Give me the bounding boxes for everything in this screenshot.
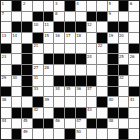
clue-number: 31 bbox=[34, 75, 39, 80]
clue-number: 9 bbox=[108, 11, 110, 16]
cell-r2c8[interactable] bbox=[76, 12, 86, 22]
clue-number: 23 bbox=[2, 54, 7, 59]
cell-r11c1[interactable] bbox=[1, 108, 11, 118]
cell-r10c12[interactable] bbox=[119, 97, 129, 107]
cell-r9c11 bbox=[108, 87, 118, 97]
cell-r5c5[interactable] bbox=[44, 44, 54, 54]
cell-r11c13[interactable] bbox=[129, 108, 139, 118]
cell-r1c10[interactable] bbox=[97, 1, 107, 11]
cell-r9c7[interactable]: 35 bbox=[65, 87, 75, 97]
clue-number: 36 bbox=[76, 86, 81, 91]
cell-r5c2[interactable] bbox=[12, 44, 22, 54]
cell-r1c7 bbox=[65, 1, 75, 11]
clue-number: 42 bbox=[34, 107, 39, 112]
cell-r2c11[interactable]: 9 bbox=[108, 12, 118, 22]
cell-r4c7[interactable]: 17 bbox=[65, 33, 75, 43]
cell-r2c12[interactable] bbox=[119, 12, 129, 22]
clue-number: 50 bbox=[76, 129, 81, 134]
clue-number: 2 bbox=[23, 1, 25, 6]
cell-r4c9[interactable] bbox=[87, 33, 97, 43]
cell-r13c3[interactable]: 49 bbox=[22, 129, 32, 139]
cell-r4c4 bbox=[33, 33, 43, 43]
cell-r6c10[interactable] bbox=[97, 54, 107, 64]
cell-r1c2 bbox=[12, 1, 22, 11]
cell-r1c8[interactable]: 4 bbox=[76, 1, 86, 11]
cell-r10c9[interactable] bbox=[87, 97, 97, 107]
cell-r3c8 bbox=[76, 22, 86, 32]
clue-number: 29 bbox=[2, 75, 7, 80]
cell-r10c6[interactable] bbox=[54, 97, 64, 107]
clue-number: 26 bbox=[130, 54, 135, 59]
cell-r10c1[interactable]: 38 bbox=[1, 97, 11, 107]
cell-r6c1[interactable]: 23 bbox=[1, 54, 11, 64]
cell-r12c11[interactable]: 48 bbox=[108, 119, 118, 129]
cell-r9c4[interactable]: 33 bbox=[33, 87, 43, 97]
cell-r5c1 bbox=[1, 44, 11, 54]
cell-r8c11 bbox=[108, 76, 118, 86]
cell-r7c6[interactable] bbox=[54, 65, 64, 75]
cell-r7c2 bbox=[12, 65, 22, 75]
cell-r6c2[interactable] bbox=[12, 54, 22, 64]
cell-r13c12 bbox=[119, 129, 129, 139]
cell-r1c1[interactable]: 1 bbox=[1, 1, 11, 11]
clue-number: 41 bbox=[130, 97, 135, 102]
cell-r4c11[interactable]: 19 bbox=[108, 33, 118, 43]
clue-number: 20 bbox=[119, 33, 124, 38]
cell-r1c12 bbox=[119, 1, 129, 11]
cell-r5c6[interactable] bbox=[54, 44, 64, 54]
clue-number: 5 bbox=[108, 1, 110, 6]
cell-r7c11 bbox=[108, 65, 118, 75]
cell-r4c3[interactable] bbox=[22, 33, 32, 43]
cell-r9c10[interactable] bbox=[97, 87, 107, 97]
cell-r12c10 bbox=[97, 119, 107, 129]
cell-r11c5[interactable] bbox=[44, 108, 54, 118]
cell-r6c11 bbox=[108, 54, 118, 64]
cell-r13c5[interactable] bbox=[44, 129, 54, 139]
clue-number: 11 bbox=[44, 22, 49, 27]
clue-number: 4 bbox=[76, 1, 78, 6]
cell-r5c11 bbox=[108, 44, 118, 54]
cell-r7c8[interactable] bbox=[76, 65, 86, 75]
clue-number: 39 bbox=[44, 97, 49, 102]
cell-r13c10[interactable] bbox=[97, 129, 107, 139]
cell-r11c12 bbox=[119, 108, 129, 118]
clue-number: 48 bbox=[108, 118, 113, 123]
cell-r7c5[interactable]: 28 bbox=[44, 65, 54, 75]
cell-r5c4[interactable]: 21 bbox=[33, 44, 43, 54]
clue-number: 43 bbox=[87, 107, 92, 112]
cell-r11c3 bbox=[22, 108, 32, 118]
clue-number: 15 bbox=[44, 33, 49, 38]
cell-r5c8[interactable] bbox=[76, 44, 86, 54]
clue-number: 33 bbox=[34, 86, 39, 91]
clue-number: 38 bbox=[2, 97, 7, 102]
cell-r6c12[interactable]: 25 bbox=[119, 54, 129, 64]
cell-r3c2 bbox=[12, 22, 22, 32]
cell-r12c1[interactable]: 44 bbox=[1, 119, 11, 129]
clue-number: 19 bbox=[108, 33, 113, 38]
cell-r8c10[interactable] bbox=[97, 76, 107, 86]
cell-r6c5 bbox=[44, 54, 54, 64]
clue-number: 27 bbox=[34, 65, 39, 70]
clue-number: 47 bbox=[76, 118, 81, 123]
cell-r8c2[interactable]: 30 bbox=[12, 76, 22, 86]
cell-r7c9[interactable] bbox=[87, 65, 97, 75]
cell-r4c1[interactable]: 13 bbox=[1, 33, 11, 43]
cell-r5c13 bbox=[129, 44, 139, 54]
clue-number: 40 bbox=[108, 97, 113, 102]
cell-r7c3 bbox=[22, 65, 32, 75]
cell-r11c7 bbox=[65, 108, 75, 118]
cell-r2c2[interactable] bbox=[12, 12, 22, 22]
cell-r10c8[interactable] bbox=[76, 97, 86, 107]
cell-r3c3 bbox=[22, 22, 32, 32]
clue-number: 44 bbox=[2, 118, 7, 123]
clue-number: 21 bbox=[34, 43, 39, 48]
cell-r3c5[interactable]: 11 bbox=[44, 22, 54, 32]
clue-number: 32 bbox=[119, 75, 124, 80]
cell-r12c13[interactable] bbox=[129, 119, 139, 129]
cell-r8c9 bbox=[87, 76, 97, 86]
cell-r10c5[interactable]: 39 bbox=[44, 97, 54, 107]
cell-r6c13[interactable]: 26 bbox=[129, 54, 139, 64]
cell-r4c12[interactable]: 20 bbox=[119, 33, 129, 43]
cell-r13c2 bbox=[12, 129, 22, 139]
cell-r8c4[interactable]: 31 bbox=[33, 76, 43, 86]
cell-r1c6[interactable]: 3 bbox=[54, 1, 64, 11]
cell-r4c2[interactable]: 14 bbox=[12, 33, 22, 43]
cell-r10c3[interactable] bbox=[22, 97, 32, 107]
cell-r10c4 bbox=[33, 97, 43, 107]
clue-number: 7 bbox=[2, 11, 4, 16]
cell-r8c1[interactable]: 29 bbox=[1, 76, 11, 86]
cell-r5c12[interactable] bbox=[119, 44, 129, 54]
cell-r1c3[interactable]: 2 bbox=[22, 1, 32, 11]
cell-r2c9 bbox=[87, 12, 97, 22]
cell-r9c13 bbox=[129, 87, 139, 97]
cell-r12c3[interactable]: 45 bbox=[22, 119, 32, 129]
cell-r9c2[interactable] bbox=[12, 87, 22, 97]
cell-r5c3 bbox=[22, 44, 32, 54]
cell-r4c6[interactable]: 16 bbox=[54, 33, 64, 43]
cell-r8c8 bbox=[76, 76, 86, 86]
cell-r2c6[interactable]: 8 bbox=[54, 12, 64, 22]
clue-number: 30 bbox=[12, 75, 17, 80]
cell-r4c13[interactable] bbox=[129, 33, 139, 43]
cell-r13c6[interactable] bbox=[54, 129, 64, 139]
clue-number: 35 bbox=[66, 86, 71, 91]
cell-r3c4[interactable]: 10 bbox=[33, 22, 43, 32]
cell-r10c11[interactable]: 40 bbox=[108, 97, 118, 107]
cell-r13c8[interactable]: 50 bbox=[76, 129, 86, 139]
crossword-grid: 1234567891011121314151617181920212223242… bbox=[0, 0, 140, 140]
cell-r8c13[interactable] bbox=[129, 76, 139, 86]
cell-r13c13[interactable] bbox=[129, 129, 139, 139]
clue-number: 1 bbox=[2, 1, 4, 6]
cell-r2c3[interactable] bbox=[22, 12, 32, 22]
cell-r11c4[interactable]: 42 bbox=[33, 108, 43, 118]
cell-r9c9[interactable]: 37 bbox=[87, 87, 97, 97]
clue-number: 12 bbox=[87, 22, 92, 27]
clue-number: 22 bbox=[98, 43, 103, 48]
cell-r12c6[interactable]: 46 bbox=[54, 119, 64, 129]
cell-r11c6 bbox=[54, 108, 64, 118]
cell-r7c13[interactable] bbox=[129, 65, 139, 75]
cell-r5c9[interactable] bbox=[87, 44, 97, 54]
cell-r3c13[interactable] bbox=[129, 22, 139, 32]
cell-r12c4 bbox=[33, 119, 43, 129]
cell-r4c8[interactable]: 18 bbox=[76, 33, 86, 43]
cell-r7c7[interactable] bbox=[65, 65, 75, 75]
cell-r12c2[interactable] bbox=[12, 119, 22, 129]
cell-r3c11 bbox=[108, 22, 118, 32]
cell-r2c5 bbox=[44, 12, 54, 22]
clue-number: 46 bbox=[55, 118, 60, 123]
clue-number: 3 bbox=[55, 1, 57, 6]
cell-r7c12 bbox=[119, 65, 129, 75]
cell-r9c5[interactable] bbox=[44, 87, 54, 97]
cell-r10c10 bbox=[97, 97, 107, 107]
clue-number: 14 bbox=[12, 33, 17, 38]
clue-number: 8 bbox=[55, 11, 57, 16]
clue-number: 45 bbox=[23, 118, 28, 123]
cell-r6c3 bbox=[22, 54, 32, 64]
cell-r7c10[interactable] bbox=[97, 65, 107, 75]
cell-r2c7[interactable] bbox=[65, 12, 75, 22]
cell-r9c8[interactable]: 36 bbox=[76, 87, 86, 97]
clue-number: 18 bbox=[76, 33, 81, 38]
cell-r1c13[interactable]: 6 bbox=[129, 1, 139, 11]
cell-r9c6[interactable]: 34 bbox=[54, 87, 64, 97]
cell-r1c5[interactable] bbox=[44, 1, 54, 11]
cell-r3c12 bbox=[119, 22, 129, 32]
cell-r2c10 bbox=[97, 12, 107, 22]
cell-r11c9[interactable]: 43 bbox=[87, 108, 97, 118]
cell-r6c4[interactable] bbox=[33, 54, 43, 64]
cell-r6c8 bbox=[76, 54, 86, 64]
clue-number: 37 bbox=[87, 86, 92, 91]
cell-r13c7 bbox=[65, 129, 75, 139]
cell-r3c1[interactable] bbox=[1, 22, 11, 32]
cell-r1c4[interactable] bbox=[33, 1, 43, 11]
clue-number: 16 bbox=[55, 33, 60, 38]
cell-r8c12[interactable]: 32 bbox=[119, 76, 129, 86]
cell-r13c9[interactable] bbox=[87, 129, 97, 139]
cell-r1c11[interactable]: 5 bbox=[108, 1, 118, 11]
cell-r4c5[interactable]: 15 bbox=[44, 33, 54, 43]
clue-number: 24 bbox=[87, 54, 92, 59]
cell-r11c11 bbox=[108, 108, 118, 118]
cell-r12c8[interactable]: 47 bbox=[76, 119, 86, 129]
cell-r3c7 bbox=[65, 22, 75, 32]
cell-r9c12[interactable] bbox=[119, 87, 129, 97]
clue-number: 10 bbox=[34, 22, 39, 27]
cell-r10c7[interactable] bbox=[65, 97, 75, 107]
cell-r12c12[interactable] bbox=[119, 119, 129, 129]
clue-number: 34 bbox=[55, 86, 60, 91]
cell-r13c11[interactable] bbox=[108, 129, 118, 139]
cell-r10c2[interactable] bbox=[12, 97, 22, 107]
cell-r6c9[interactable]: 24 bbox=[87, 54, 97, 64]
cell-r11c2 bbox=[12, 108, 22, 118]
cell-r6c6 bbox=[54, 54, 64, 64]
clue-number: 25 bbox=[119, 54, 124, 59]
cell-r13c1[interactable] bbox=[1, 129, 11, 139]
cell-r9c3 bbox=[22, 87, 32, 97]
cell-r10c13[interactable]: 41 bbox=[129, 97, 139, 107]
clue-number: 13 bbox=[2, 33, 7, 38]
cell-r2c1[interactable]: 7 bbox=[1, 12, 11, 22]
cell-r11c8 bbox=[76, 108, 86, 118]
cell-r7c4[interactable]: 27 bbox=[33, 65, 43, 75]
clue-number: 6 bbox=[130, 1, 132, 6]
cell-r12c5 bbox=[44, 119, 54, 129]
cell-r3c9[interactable]: 12 bbox=[87, 22, 97, 32]
cell-r7c1[interactable] bbox=[1, 65, 11, 75]
clue-number: 49 bbox=[23, 129, 28, 134]
cell-r1c9[interactable] bbox=[87, 1, 97, 11]
cell-r8c5[interactable] bbox=[44, 76, 54, 86]
cell-r8c3 bbox=[22, 76, 32, 86]
cell-r8c6 bbox=[54, 76, 64, 86]
clue-number: 28 bbox=[44, 65, 49, 70]
cell-r2c4 bbox=[33, 12, 43, 22]
cell-r3c10[interactable] bbox=[97, 22, 107, 32]
cell-r8c7 bbox=[65, 76, 75, 86]
cell-r12c7[interactable] bbox=[65, 119, 75, 129]
cell-r3c6 bbox=[54, 22, 64, 32]
cell-r11c10[interactable] bbox=[97, 108, 107, 118]
cell-r5c10[interactable]: 22 bbox=[97, 44, 107, 54]
cell-r6c7 bbox=[65, 54, 75, 64]
cell-r2c13[interactable] bbox=[129, 12, 139, 22]
cell-r12c9 bbox=[87, 119, 97, 129]
clue-number: 17 bbox=[66, 33, 71, 38]
cell-r13c4[interactable] bbox=[33, 129, 43, 139]
cell-r4c10 bbox=[97, 33, 107, 43]
cell-r5c7[interactable] bbox=[65, 44, 75, 54]
cell-r9c1 bbox=[1, 87, 11, 97]
